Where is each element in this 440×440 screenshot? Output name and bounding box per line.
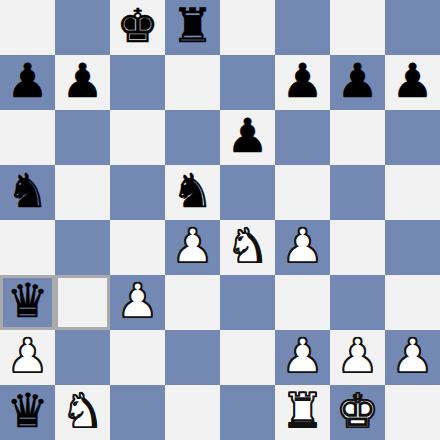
square-c2[interactable] [110,330,165,385]
square-g1[interactable]: ♚ [330,385,385,440]
square-d5[interactable]: ♞ [165,165,220,220]
chess-board: ♚♜♟♟♟♟♟♟♞♞♟♞♟♛♟♟♟♟♟♛♞♜♚ [0,0,440,440]
square-a3[interactable]: ♛ [0,275,55,330]
square-d2[interactable] [165,330,220,385]
square-g4[interactable] [330,220,385,275]
square-h5[interactable] [385,165,440,220]
square-b4[interactable] [55,220,110,275]
square-d6[interactable] [165,110,220,165]
square-h6[interactable] [385,110,440,165]
square-a7[interactable]: ♟ [0,55,55,110]
square-f6[interactable] [275,110,330,165]
piece-black-pawn[interactable]: ♟ [226,108,268,163]
piece-black-queen[interactable]: ♛ [6,383,48,438]
piece-black-knight[interactable]: ♞ [171,163,213,218]
square-b3[interactable] [55,275,110,330]
square-e1[interactable] [220,385,275,440]
square-c8[interactable]: ♚ [110,0,165,55]
square-e3[interactable] [220,275,275,330]
piece-white-king[interactable]: ♚ [336,383,378,438]
square-b5[interactable] [55,165,110,220]
square-d4[interactable]: ♟ [165,220,220,275]
square-f7[interactable]: ♟ [275,55,330,110]
square-g5[interactable] [330,165,385,220]
piece-black-pawn[interactable]: ♟ [391,53,433,108]
square-b7[interactable]: ♟ [55,55,110,110]
square-g3[interactable] [330,275,385,330]
piece-black-pawn[interactable]: ♟ [61,53,103,108]
square-d7[interactable] [165,55,220,110]
square-c6[interactable] [110,110,165,165]
piece-white-rook[interactable]: ♜ [281,383,323,438]
square-e6[interactable]: ♟ [220,110,275,165]
piece-white-pawn[interactable]: ♟ [171,218,213,273]
square-f2[interactable]: ♟ [275,330,330,385]
piece-black-queen[interactable]: ♛ [6,273,48,328]
square-b6[interactable] [55,110,110,165]
piece-white-pawn[interactable]: ♟ [281,328,323,383]
square-e2[interactable] [220,330,275,385]
square-f5[interactable] [275,165,330,220]
square-d1[interactable] [165,385,220,440]
square-b1[interactable]: ♞ [55,385,110,440]
piece-black-pawn[interactable]: ♟ [281,53,323,108]
square-f3[interactable] [275,275,330,330]
square-c1[interactable] [110,385,165,440]
square-e4[interactable]: ♞ [220,220,275,275]
piece-white-knight[interactable]: ♞ [226,218,268,273]
square-a5[interactable]: ♞ [0,165,55,220]
square-a6[interactable] [0,110,55,165]
piece-black-pawn[interactable]: ♟ [6,53,48,108]
square-c4[interactable] [110,220,165,275]
square-h7[interactable]: ♟ [385,55,440,110]
square-h3[interactable] [385,275,440,330]
piece-white-knight[interactable]: ♞ [61,383,103,438]
square-d8[interactable]: ♜ [165,0,220,55]
square-g2[interactable]: ♟ [330,330,385,385]
square-h2[interactable]: ♟ [385,330,440,385]
square-d3[interactable] [165,275,220,330]
piece-white-pawn[interactable]: ♟ [336,328,378,383]
square-g8[interactable] [330,0,385,55]
square-b8[interactable] [55,0,110,55]
piece-black-king[interactable]: ♚ [116,0,158,53]
piece-black-knight[interactable]: ♞ [6,163,48,218]
square-g6[interactable] [330,110,385,165]
square-a2[interactable]: ♟ [0,330,55,385]
square-f1[interactable]: ♜ [275,385,330,440]
square-h4[interactable] [385,220,440,275]
piece-white-pawn[interactable]: ♟ [391,328,433,383]
square-e5[interactable] [220,165,275,220]
square-a1[interactable]: ♛ [0,385,55,440]
piece-white-pawn[interactable]: ♟ [6,328,48,383]
square-g7[interactable]: ♟ [330,55,385,110]
square-c3[interactable]: ♟ [110,275,165,330]
square-a4[interactable] [0,220,55,275]
square-c7[interactable] [110,55,165,110]
square-e7[interactable] [220,55,275,110]
square-a8[interactable] [0,0,55,55]
square-e8[interactable] [220,0,275,55]
square-f4[interactable]: ♟ [275,220,330,275]
piece-white-pawn[interactable]: ♟ [116,273,158,328]
piece-black-pawn[interactable]: ♟ [336,53,378,108]
square-f8[interactable] [275,0,330,55]
square-c5[interactable] [110,165,165,220]
square-h8[interactable] [385,0,440,55]
piece-white-pawn[interactable]: ♟ [281,218,323,273]
piece-black-rook[interactable]: ♜ [171,0,213,53]
square-h1[interactable] [385,385,440,440]
square-b2[interactable] [55,330,110,385]
